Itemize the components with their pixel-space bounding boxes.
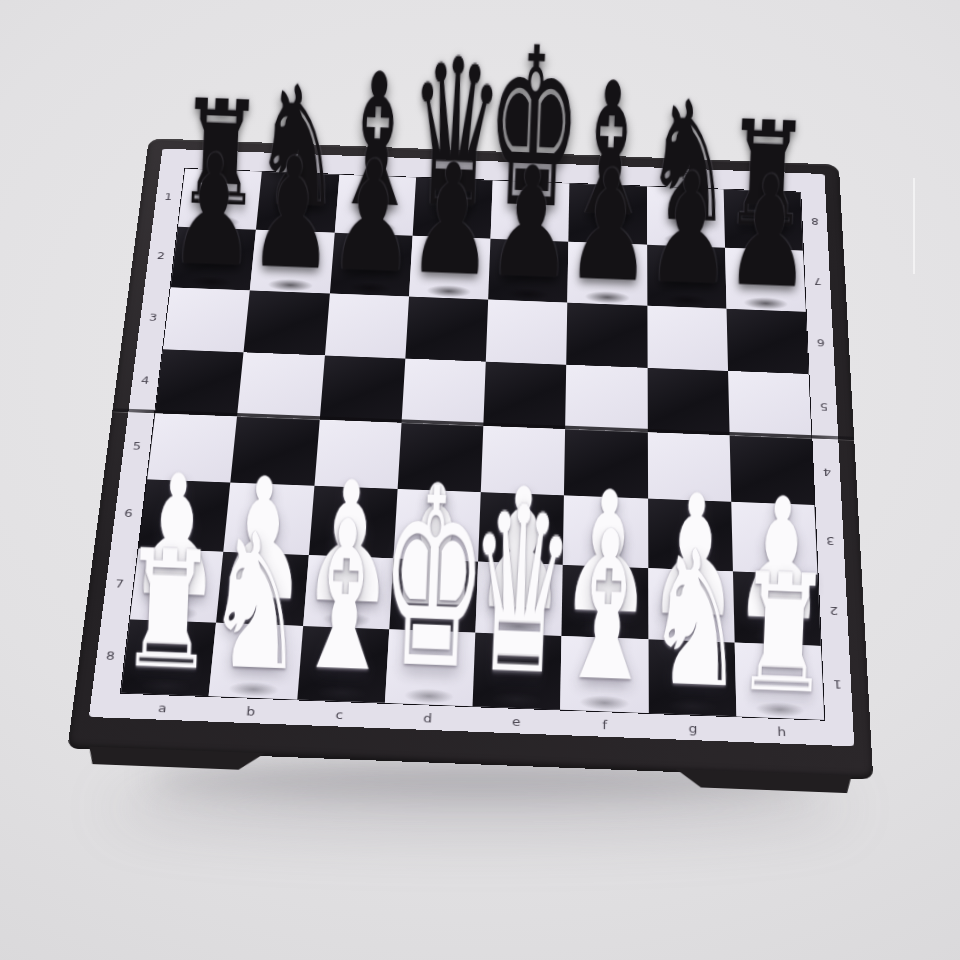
square-e4 [483,361,566,428]
square-f2: ♟ [568,242,647,305]
square-e2: ♟ [488,239,568,302]
folding-chess-board: abcdefgh abcdefgh 12345678 87654321 ♜♞♝♛… [67,138,873,779]
square-b2: ♟ [250,230,334,293]
square-d8: ♚ [385,629,476,706]
square-g4 [647,368,729,436]
file-label-top-e: e [493,161,570,182]
board-foot-right [676,769,852,793]
backdrop-scratch [913,178,915,274]
square-h8: ♜ [734,642,824,719]
square-h2: ♟ [725,248,806,311]
square-c3 [324,293,408,358]
rank-label-right-5: 5 [809,374,838,440]
square-a3 [163,287,250,352]
square-c4 [319,355,405,422]
file-label-top-g: g [647,167,724,189]
square-g8: ♞ [648,639,736,716]
square-e8: ♛ [473,632,562,709]
board-sheet: abcdefgh abcdefgh 12345678 87654321 ♜♞♝♛… [89,149,854,747]
square-a4 [155,349,244,416]
file-label-top-a: a [184,150,263,171]
file-label-g: g [649,714,738,742]
square-e3 [486,299,568,364]
square-c8: ♝ [297,626,389,703]
file-label-h: h [737,717,826,745]
square-d2: ♟ [409,236,491,299]
square-g3 [647,305,728,370]
square-f4 [565,365,647,433]
file-label-top-d: d [416,158,494,179]
file-label-a: a [117,694,208,722]
square-a8: ♜ [121,619,216,696]
rank-label-right-8: 8 [801,192,828,252]
file-label-top-h: h [724,170,802,192]
rank-label-right-7: 7 [804,250,832,312]
square-f3 [566,302,647,367]
board-foot-left [87,747,265,771]
square-h3 [726,308,808,374]
rank-label-left-3: 3 [137,286,170,349]
rank-label-right-6: 6 [807,311,835,375]
square-a2: ♟ [171,227,256,290]
file-label-top-b: b [261,152,340,173]
chess-set-scene: abcdefgh abcdefgh 12345678 87654321 ♜♞♝♛… [111,62,855,806]
file-label-d: d [383,704,473,732]
board-squares: ♜♞♝♛♚♝♞♜♟♟♟♟♟♟♟♟♟♟♟♟♟♟♟♟♜♞♝♚♛♝♞♜ [120,168,825,721]
square-b8: ♞ [209,622,303,699]
file-label-b: b [205,697,296,725]
square-c2: ♟ [329,233,412,296]
square-h4 [728,371,812,439]
square-d4 [401,358,485,425]
square-b3 [244,290,330,355]
file-label-c: c [294,700,384,728]
file-label-top-c: c [339,155,417,176]
file-label-f: f [560,711,649,739]
piece-white-rook: ♜ [732,552,834,718]
square-b4 [237,352,324,419]
product-photo: abcdefgh abcdefgh 12345678 87654321 ♜♞♝♛… [0,0,960,960]
square-f8: ♝ [560,636,648,713]
square-g2: ♟ [647,245,727,308]
square-d3 [405,296,488,361]
file-label-top-f: f [570,164,647,185]
file-label-e: e [472,707,561,735]
